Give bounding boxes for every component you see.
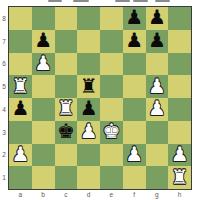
truncated-glyph	[48, 0, 62, 2]
square-e7[interactable]	[100, 30, 123, 53]
square-f3[interactable]	[123, 121, 146, 144]
chess-app-page: 87654321 ♟♟♟♟♟♟♜♜♟♟♜♟♟♚♟♚♟♟♟♜ abcdefgh	[0, 0, 200, 200]
square-d2[interactable]	[77, 144, 100, 167]
white-pawn[interactable]: ♟	[148, 76, 166, 96]
square-a7[interactable]	[9, 30, 32, 53]
square-c4[interactable]: ♜	[55, 98, 78, 121]
square-g6[interactable]	[146, 53, 169, 76]
square-a4[interactable]: ♟	[9, 98, 32, 121]
rank-label: 3	[0, 121, 8, 144]
black-pawn[interactable]: ♟	[80, 98, 98, 118]
black-pawn[interactable]: ♟	[125, 7, 143, 27]
square-f1[interactable]	[123, 166, 146, 189]
white-pawn[interactable]: ♟	[125, 144, 143, 164]
white-pawn[interactable]: ♟	[80, 121, 98, 141]
truncated-glyph	[73, 0, 89, 2]
square-b2[interactable]	[32, 144, 55, 167]
file-label: d	[77, 190, 100, 199]
black-pawn[interactable]: ♟	[125, 30, 143, 50]
square-c2[interactable]	[55, 144, 78, 167]
square-c6[interactable]	[55, 53, 78, 76]
square-h4[interactable]	[168, 98, 191, 121]
white-pawn[interactable]: ♟	[171, 144, 189, 164]
square-f5[interactable]	[123, 75, 146, 98]
square-e5[interactable]	[100, 75, 123, 98]
square-h8[interactable]	[168, 7, 191, 30]
black-pawn[interactable]: ♟	[148, 7, 166, 27]
square-b5[interactable]	[32, 75, 55, 98]
black-king[interactable]: ♚	[57, 121, 75, 141]
square-h6[interactable]	[168, 53, 191, 76]
square-e1[interactable]	[100, 166, 123, 189]
rank-labels: 87654321	[0, 7, 8, 189]
file-label: e	[100, 190, 123, 199]
black-pawn[interactable]: ♟	[148, 30, 166, 50]
rank-label: 7	[0, 30, 8, 53]
square-f7[interactable]: ♟	[123, 30, 146, 53]
square-a3[interactable]	[9, 121, 32, 144]
square-f6[interactable]	[123, 53, 146, 76]
square-g7[interactable]: ♟	[146, 30, 169, 53]
white-king[interactable]: ♚	[102, 121, 120, 141]
truncated-piece-row	[0, 0, 200, 4]
square-d1[interactable]	[77, 166, 100, 189]
square-a2[interactable]: ♟	[9, 144, 32, 167]
file-labels: abcdefgh	[9, 190, 191, 199]
square-g4[interactable]: ♟	[146, 98, 169, 121]
rank-label: 4	[0, 98, 8, 121]
white-pawn[interactable]: ♟	[34, 53, 52, 73]
square-b6[interactable]: ♟	[32, 53, 55, 76]
square-b1[interactable]	[32, 166, 55, 189]
square-h5[interactable]	[168, 75, 191, 98]
rank-label: 5	[0, 75, 8, 98]
square-f2[interactable]: ♟	[123, 144, 146, 167]
file-label: h	[168, 190, 191, 199]
chess-board[interactable]: ♟♟♟♟♟♟♜♜♟♟♜♟♟♚♟♚♟♟♟♜	[8, 6, 192, 190]
square-g1[interactable]	[146, 166, 169, 189]
white-rook[interactable]: ♜	[171, 167, 189, 187]
square-d7[interactable]	[77, 30, 100, 53]
square-a1[interactable]	[9, 166, 32, 189]
rank-label: 6	[0, 53, 8, 76]
truncated-glyph	[133, 0, 148, 2]
white-rook[interactable]: ♜	[57, 98, 75, 118]
file-label: b	[32, 190, 55, 199]
square-b4[interactable]	[32, 98, 55, 121]
square-c7[interactable]	[55, 30, 78, 53]
square-h7[interactable]	[168, 30, 191, 53]
square-c3[interactable]: ♚	[55, 121, 78, 144]
square-c1[interactable]	[55, 166, 78, 189]
rank-label: 2	[0, 144, 8, 167]
square-d6[interactable]	[77, 53, 100, 76]
square-e2[interactable]	[100, 144, 123, 167]
square-d8[interactable]	[77, 7, 100, 30]
square-g3[interactable]	[146, 121, 169, 144]
square-e8[interactable]	[100, 7, 123, 30]
square-g5[interactable]: ♟	[146, 75, 169, 98]
square-f8[interactable]: ♟	[123, 7, 146, 30]
square-e3[interactable]: ♚	[100, 121, 123, 144]
square-d3[interactable]: ♟	[77, 121, 100, 144]
square-h3[interactable]	[168, 121, 191, 144]
square-b7[interactable]: ♟	[32, 30, 55, 53]
black-pawn[interactable]: ♟	[11, 98, 29, 118]
file-label: g	[146, 190, 169, 199]
square-d5[interactable]: ♜	[77, 75, 100, 98]
white-pawn[interactable]: ♟	[11, 144, 29, 164]
truncated-glyph	[155, 0, 170, 2]
black-rook[interactable]: ♜	[80, 76, 98, 96]
square-a5[interactable]: ♜	[9, 75, 32, 98]
square-f4[interactable]	[123, 98, 146, 121]
square-h2[interactable]: ♟	[168, 144, 191, 167]
square-d4[interactable]: ♟	[77, 98, 100, 121]
square-c8[interactable]	[55, 7, 78, 30]
square-b8[interactable]	[32, 7, 55, 30]
square-b3[interactable]	[32, 121, 55, 144]
rank-label: 1	[0, 166, 8, 189]
black-pawn[interactable]: ♟	[34, 30, 52, 50]
square-c5[interactable]	[55, 75, 78, 98]
white-pawn[interactable]: ♟	[148, 98, 166, 118]
file-label: a	[9, 190, 32, 199]
square-e4[interactable]	[100, 98, 123, 121]
rank-label: 8	[0, 7, 8, 30]
square-e6[interactable]	[100, 53, 123, 76]
square-g8[interactable]: ♟	[146, 7, 169, 30]
truncated-glyph	[115, 0, 130, 2]
file-label: c	[55, 190, 78, 199]
square-a6[interactable]	[9, 53, 32, 76]
square-h1[interactable]: ♜	[168, 166, 191, 189]
square-g2[interactable]	[146, 144, 169, 167]
file-label: f	[123, 190, 146, 199]
square-a8[interactable]	[9, 7, 32, 30]
white-rook[interactable]: ♜	[11, 76, 29, 96]
